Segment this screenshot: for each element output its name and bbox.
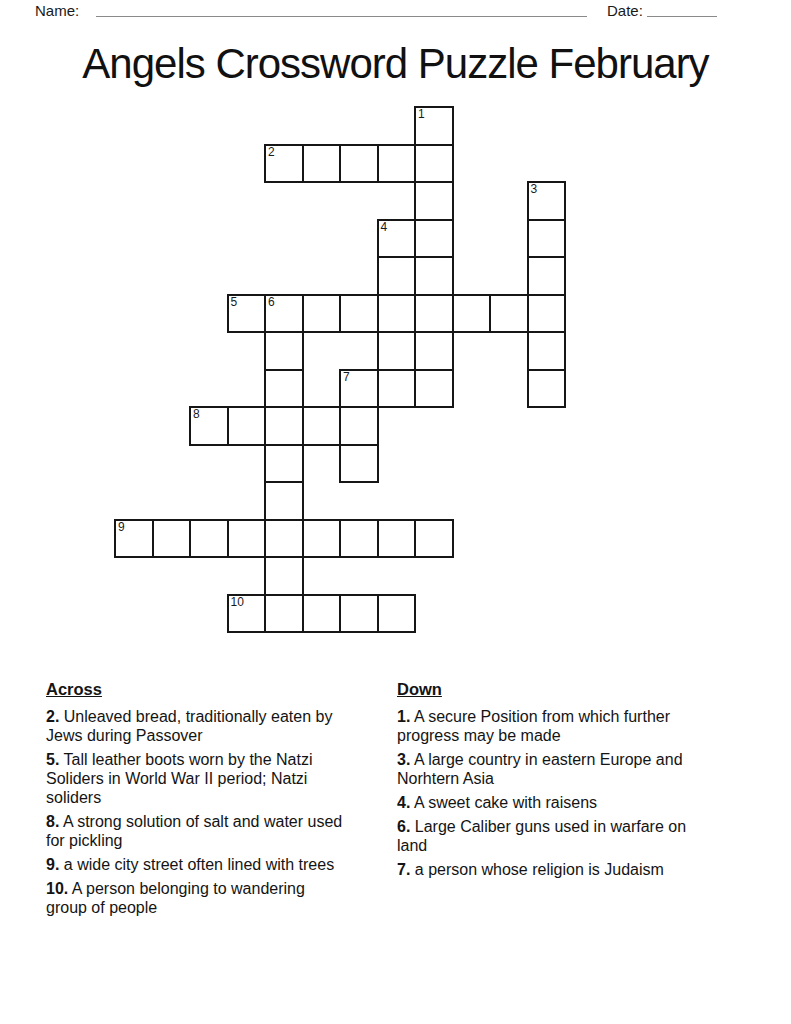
grid-cell-r4c11[interactable]	[527, 256, 567, 296]
grid-cell-r6c7[interactable]	[377, 331, 417, 371]
across-clue-2: 2. Unleaved bread, traditionally eaten b…	[46, 707, 346, 745]
grid-cell-r7c8[interactable]	[414, 369, 454, 409]
grid-cell-r5c3[interactable]: 5	[227, 294, 267, 334]
across-clue-8: 8. A strong solution of salt and water u…	[46, 812, 346, 850]
down-clue-number-6: 6.	[397, 818, 410, 835]
grid-cell-r11c2[interactable]	[189, 519, 229, 559]
grid-cell-r8c5[interactable]	[302, 406, 342, 446]
date-input-line[interactable]	[647, 2, 717, 17]
grid-cell-r5c9[interactable]	[452, 294, 492, 334]
across-clue-10: 10. A person belonging to wandering grou…	[46, 879, 346, 917]
worksheet-page: { "game": "crossword", "header": { "name…	[0, 0, 791, 1024]
down-clue-4: 4. A sweet cake with raisens	[397, 793, 697, 812]
across-clue-5: 5. Tall leather boots worn by the Natzi …	[46, 750, 346, 807]
grid-cell-r8c2[interactable]: 8	[189, 406, 229, 446]
grid-cell-r1c4[interactable]: 2	[264, 144, 304, 184]
grid-cell-r5c8[interactable]	[414, 294, 454, 334]
grid-cell-r9c6[interactable]	[339, 444, 379, 484]
grid-cell-r11c6[interactable]	[339, 519, 379, 559]
down-clue-1: 1. A secure Position from which further …	[397, 707, 697, 745]
cell-number-10: 10	[231, 596, 244, 609]
across-clue-number-9: 9.	[46, 856, 59, 873]
grid-cell-r5c11[interactable]	[527, 294, 567, 334]
grid-cell-r12c4[interactable]	[264, 556, 304, 596]
grid-cell-r6c8[interactable]	[414, 331, 454, 371]
grid-cell-r4c7[interactable]	[377, 256, 417, 296]
grid-cell-r11c1[interactable]	[152, 519, 192, 559]
grid-cell-r8c4[interactable]	[264, 406, 304, 446]
down-clue-7: 7. a person whose religion is Judaism	[397, 860, 697, 879]
grid-cell-r1c8[interactable]	[414, 144, 454, 184]
grid-cell-r6c11[interactable]	[527, 331, 567, 371]
crossword-board: 12345678910	[114, 106, 566, 633]
grid-cell-r13c4[interactable]	[264, 594, 304, 634]
page-title: Angels Crossword Puzzle February	[0, 40, 791, 88]
grid-cell-r1c7[interactable]	[377, 144, 417, 184]
across-clue-list: 2. Unleaved bread, traditionally eaten b…	[46, 707, 346, 917]
grid-cell-r13c7[interactable]	[377, 594, 417, 634]
down-clue-number-7: 7.	[397, 861, 410, 878]
grid-cell-r11c4[interactable]	[264, 519, 304, 559]
grid-cell-r11c8[interactable]	[414, 519, 454, 559]
grid-cell-r0c8[interactable]: 1	[414, 106, 454, 146]
down-clue-6: 6. Large Caliber guns used in warfare on…	[397, 817, 697, 855]
grid-cell-r3c11[interactable]	[527, 219, 567, 259]
grid-cell-r11c0[interactable]: 9	[114, 519, 154, 559]
down-clue-number-3: 3.	[397, 751, 410, 768]
cell-number-9: 9	[118, 521, 125, 534]
name-input-line[interactable]	[96, 2, 587, 17]
cell-number-5: 5	[231, 296, 238, 309]
across-clue-number-5: 5.	[46, 751, 59, 768]
grid-cell-r5c4[interactable]: 6	[264, 294, 304, 334]
grid-cell-r2c11[interactable]: 3	[527, 181, 567, 221]
across-clue-number-8: 8.	[46, 813, 59, 830]
cell-number-7: 7	[343, 371, 350, 384]
grid-cell-r7c6[interactable]: 7	[339, 369, 379, 409]
cell-number-6: 6	[268, 296, 275, 309]
across-header: Across	[46, 680, 346, 699]
cell-number-8: 8	[193, 408, 200, 421]
grid-cell-r7c7[interactable]	[377, 369, 417, 409]
down-clue-number-1: 1.	[397, 708, 410, 725]
grid-cell-r7c4[interactable]	[264, 369, 304, 409]
grid-cell-r2c8[interactable]	[414, 181, 454, 221]
down-clue-number-4: 4.	[397, 794, 410, 811]
grid-cell-r3c8[interactable]	[414, 219, 454, 259]
grid-cell-r13c3[interactable]: 10	[227, 594, 267, 634]
grid-cell-r3c7[interactable]: 4	[377, 219, 417, 259]
down-clues-section: Down 1. A secure Position from which fur…	[397, 680, 697, 884]
grid-cell-r7c11[interactable]	[527, 369, 567, 409]
grid-cell-r9c4[interactable]	[264, 444, 304, 484]
cell-number-1: 1	[418, 108, 425, 121]
cell-number-2: 2	[268, 146, 275, 159]
date-label: Date:	[607, 2, 643, 19]
grid-cell-r10c4[interactable]	[264, 481, 304, 521]
down-header: Down	[397, 680, 697, 699]
grid-cell-r11c5[interactable]	[302, 519, 342, 559]
grid-cell-r1c5[interactable]	[302, 144, 342, 184]
grid-cell-r11c3[interactable]	[227, 519, 267, 559]
grid-cell-r1c6[interactable]	[339, 144, 379, 184]
grid-cell-r5c7[interactable]	[377, 294, 417, 334]
name-label: Name:	[35, 2, 79, 19]
grid-cell-r13c6[interactable]	[339, 594, 379, 634]
grid-cell-r5c5[interactable]	[302, 294, 342, 334]
grid-cell-r11c7[interactable]	[377, 519, 417, 559]
across-clue-number-10: 10.	[46, 880, 68, 897]
grid-cell-r8c6[interactable]	[339, 406, 379, 446]
grid-cell-r4c8[interactable]	[414, 256, 454, 296]
grid-cell-r13c5[interactable]	[302, 594, 342, 634]
grid-cell-r8c3[interactable]	[227, 406, 267, 446]
grid-cell-r5c6[interactable]	[339, 294, 379, 334]
cell-number-3: 3	[531, 183, 538, 196]
grid-cell-r6c4[interactable]	[264, 331, 304, 371]
grid-cell-r5c10[interactable]	[489, 294, 529, 334]
cell-number-4: 4	[381, 221, 388, 234]
down-clue-list: 1. A secure Position from which further …	[397, 707, 697, 879]
down-clue-3: 3. A large country in eastern Europe and…	[397, 750, 697, 788]
across-clues-section: Across 2. Unleaved bread, traditionally …	[46, 680, 346, 922]
across-clue-9: 9. a wide city street often lined with t…	[46, 855, 346, 874]
across-clue-number-2: 2.	[46, 708, 59, 725]
